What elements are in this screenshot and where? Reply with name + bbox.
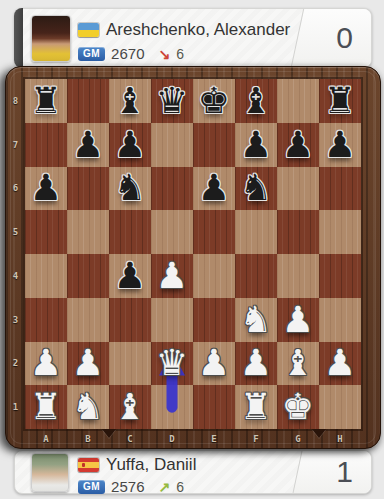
piece-black-pawn[interactable]: ♟ (114, 127, 146, 163)
square-f2[interactable]: ♟ (235, 342, 277, 386)
trend-up-icon: ↗ (158, 480, 170, 494)
piece-black-rook[interactable]: ♜ (324, 83, 356, 119)
player-top-score-area: 0 (283, 9, 371, 67)
square-h1[interactable] (319, 385, 361, 429)
player-card-bottom: Yuffa, Daniil GM 2576 ↗ 6 1 (14, 450, 372, 494)
piece-white-bishop[interactable]: ♝ (114, 389, 146, 425)
piece-white-bishop[interactable]: ♝ (282, 345, 314, 381)
piece-black-pawn[interactable]: ♟ (282, 127, 314, 163)
square-c4[interactable]: ♟ (109, 254, 151, 298)
square-h2[interactable]: ♟ (319, 342, 361, 386)
file-label-f: F (235, 430, 277, 447)
square-e2[interactable]: ♟ (193, 342, 235, 386)
square-b7[interactable]: ♟ (67, 123, 109, 167)
square-h6[interactable] (319, 167, 361, 211)
square-c2[interactable] (109, 342, 151, 386)
player-top-trend-value: 6 (176, 46, 184, 62)
square-e1[interactable] (193, 385, 235, 429)
square-h3[interactable] (319, 298, 361, 342)
piece-black-bishop[interactable]: ♝ (240, 83, 272, 119)
piece-black-pawn[interactable]: ♟ (198, 170, 230, 206)
square-b5[interactable] (67, 210, 109, 254)
piece-black-knight[interactable]: ♞ (240, 170, 272, 206)
square-d7[interactable] (151, 123, 193, 167)
square-g1[interactable]: ♚ (277, 385, 319, 429)
piece-white-pawn[interactable]: ♟ (324, 345, 356, 381)
player-bottom-score-area: 1 (283, 451, 371, 493)
player-bottom-name: Yuffa, Daniil (106, 455, 196, 475)
square-h8[interactable]: ♜ (319, 79, 361, 123)
square-d4[interactable]: ♟ (151, 254, 193, 298)
square-h4[interactable] (319, 254, 361, 298)
piece-black-pawn[interactable]: ♟ (324, 127, 356, 163)
frame-notch-bc (102, 429, 116, 438)
square-b1[interactable]: ♞ (67, 385, 109, 429)
file-label-e: E (193, 430, 235, 447)
square-e7[interactable] (193, 123, 235, 167)
square-a4[interactable] (25, 254, 67, 298)
square-c5[interactable] (109, 210, 151, 254)
piece-white-knight[interactable]: ♞ (240, 302, 272, 338)
piece-white-knight[interactable]: ♞ (72, 389, 104, 425)
piece-white-pawn[interactable]: ♟ (240, 345, 272, 381)
square-g5[interactable] (277, 210, 319, 254)
piece-black-pawn[interactable]: ♟ (240, 127, 272, 163)
square-f3[interactable]: ♞ (235, 298, 277, 342)
rank-label-1: 1 (6, 385, 25, 429)
rank-label-6: 6 (6, 167, 25, 211)
square-c7[interactable]: ♟ (109, 123, 151, 167)
rank-label-5: 5 (6, 210, 25, 254)
square-a2[interactable]: ♟ (25, 342, 67, 386)
piece-white-king[interactable]: ♚ (282, 389, 314, 425)
player-top-score: 0 (336, 9, 353, 67)
square-f1[interactable]: ♜ (235, 385, 277, 429)
square-a8[interactable]: ♜ (25, 79, 67, 123)
square-g2[interactable]: ♝ (277, 342, 319, 386)
square-f5[interactable] (235, 210, 277, 254)
square-c3[interactable] (109, 298, 151, 342)
rank-label-3: 3 (6, 298, 25, 342)
square-a6[interactable]: ♟ (25, 167, 67, 211)
piece-white-pawn[interactable]: ♟ (30, 345, 62, 381)
piece-black-bishop[interactable]: ♝ (114, 83, 146, 119)
player-bottom-avatar (31, 453, 69, 492)
piece-black-pawn[interactable]: ♟ (30, 170, 62, 206)
piece-white-rook[interactable]: ♜ (30, 389, 62, 425)
player-bottom-title-badge: GM (78, 480, 105, 494)
square-e3[interactable] (193, 298, 235, 342)
square-h5[interactable] (319, 210, 361, 254)
square-c1[interactable]: ♝ (109, 385, 151, 429)
square-f4[interactable] (235, 254, 277, 298)
square-d3[interactable] (151, 298, 193, 342)
piece-white-pawn[interactable]: ♟ (282, 302, 314, 338)
square-e6[interactable]: ♟ (193, 167, 235, 211)
square-b6[interactable] (67, 167, 109, 211)
player-top-title-badge: GM (78, 47, 105, 61)
player-top-name: Areshchenko, Alexander (106, 20, 290, 40)
square-g8[interactable] (277, 79, 319, 123)
player-card-top: Areshchenko, Alexander GM 2670 ↘ 6 0 (14, 8, 372, 68)
piece-white-queen[interactable]: ♛ (156, 345, 188, 381)
square-d5[interactable] (151, 210, 193, 254)
score-divider (292, 451, 371, 493)
square-d6[interactable] (151, 167, 193, 211)
piece-black-pawn[interactable]: ♟ (114, 258, 146, 294)
square-f7[interactable]: ♟ (235, 123, 277, 167)
rank-label-8: 8 (6, 79, 25, 123)
square-b4[interactable] (67, 254, 109, 298)
player-bottom-trend-value: 6 (176, 479, 184, 495)
square-d1[interactable] (151, 385, 193, 429)
chess-board: 87654321 ♜♝♛♚♝♜♟♟♟♟♟♟♞♟♞♟♟♞♟♟♟♛♟♟♝♟♜♞♝♜♚… (5, 66, 381, 449)
square-a1[interactable]: ♜ (25, 385, 67, 429)
active-player-bar (14, 8, 23, 68)
file-labels: ABCDEFGH (25, 430, 361, 447)
piece-white-pawn[interactable]: ♟ (198, 345, 230, 381)
piece-black-king[interactable]: ♚ (198, 83, 230, 119)
board-squares: ♜♝♛♚♝♜♟♟♟♟♟♟♞♟♞♟♟♞♟♟♟♛♟♟♝♟♜♞♝♜♚ (25, 79, 361, 429)
square-d8[interactable]: ♛ (151, 79, 193, 123)
square-h7[interactable]: ♟ (319, 123, 361, 167)
square-c8[interactable]: ♝ (109, 79, 151, 123)
square-c6[interactable]: ♞ (109, 167, 151, 211)
square-f8[interactable]: ♝ (235, 79, 277, 123)
rank-label-4: 4 (6, 254, 25, 298)
square-a3[interactable] (25, 298, 67, 342)
player-top-rating: 2670 (111, 45, 144, 62)
square-g3[interactable]: ♟ (277, 298, 319, 342)
square-b8[interactable] (67, 79, 109, 123)
piece-white-rook[interactable]: ♜ (240, 389, 272, 425)
square-e8[interactable]: ♚ (193, 79, 235, 123)
file-label-a: A (25, 430, 67, 447)
piece-black-pawn[interactable]: ♟ (72, 127, 104, 163)
square-g6[interactable] (277, 167, 319, 211)
piece-black-queen[interactable]: ♛ (156, 83, 188, 119)
square-b3[interactable] (67, 298, 109, 342)
frame-notch-gh (312, 429, 326, 438)
player-top-avatar (31, 15, 71, 62)
flag-ukraine-icon (78, 23, 99, 37)
square-b2[interactable]: ♟ (67, 342, 109, 386)
rank-label-2: 2 (6, 342, 25, 386)
square-a5[interactable] (25, 210, 67, 254)
player-bottom-score: 1 (336, 451, 353, 493)
player-bottom-rating: 2576 (111, 478, 144, 495)
piece-white-pawn[interactable]: ♟ (156, 258, 188, 294)
trend-down-icon: ↘ (158, 47, 170, 61)
square-e5[interactable] (193, 210, 235, 254)
square-g4[interactable] (277, 254, 319, 298)
piece-white-pawn[interactable]: ♟ (72, 345, 104, 381)
file-label-d: D (151, 430, 193, 447)
square-g7[interactable]: ♟ (277, 123, 319, 167)
score-divider (290, 9, 371, 67)
rank-labels: 87654321 (6, 79, 25, 429)
piece-black-rook[interactable]: ♜ (30, 83, 62, 119)
flag-spain-icon (78, 458, 99, 472)
square-e4[interactable] (193, 254, 235, 298)
square-d2[interactable]: ♛ (151, 342, 193, 386)
square-a7[interactable] (25, 123, 67, 167)
piece-black-knight[interactable]: ♞ (114, 170, 146, 206)
rank-label-7: 7 (6, 123, 25, 167)
square-f6[interactable]: ♞ (235, 167, 277, 211)
